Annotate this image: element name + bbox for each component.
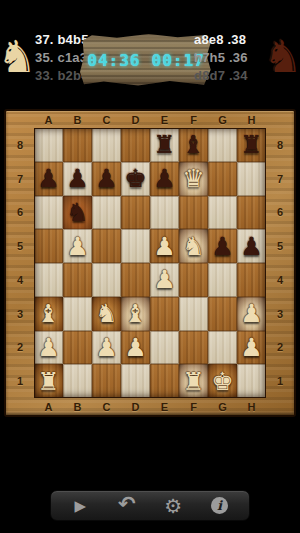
square-h4[interactable] — [237, 263, 266, 297]
rank-label-6: 6 — [266, 196, 294, 230]
piece-white-knight: ♞ — [182, 234, 204, 259]
chess-board: ABCDEFGH8♜♝♜87♟♟♟♚♟♛76♞65♟♟♞♟♟54♟43♝♞♝♟3… — [4, 109, 296, 417]
square-f1[interactable]: ♜ — [179, 364, 208, 398]
square-e5[interactable]: ♟ — [150, 229, 179, 263]
rank-label-6: 6 — [6, 196, 34, 230]
rank-label-1: 1 — [6, 364, 34, 398]
rank-label-4: 4 — [6, 263, 34, 297]
square-b2[interactable] — [63, 331, 92, 365]
piece-black-pawn: ♟ — [66, 166, 88, 191]
rank-label-5: 5 — [6, 229, 34, 263]
square-c6[interactable] — [92, 196, 121, 230]
file-label-c: C — [92, 398, 121, 415]
square-c3[interactable]: ♞ — [92, 297, 121, 331]
file-label-c: C — [92, 111, 121, 128]
square-e7[interactable]: ♟ — [150, 162, 179, 196]
square-f2[interactable] — [179, 331, 208, 365]
piece-white-pawn: ♟ — [153, 234, 175, 259]
square-a5[interactable] — [34, 229, 63, 263]
square-g3[interactable] — [208, 297, 237, 331]
square-b5[interactable]: ♟ — [63, 229, 92, 263]
square-d2[interactable]: ♟ — [121, 331, 150, 365]
piece-white-rook: ♜ — [37, 369, 59, 394]
play-icon: ▶ — [75, 497, 87, 515]
square-b1[interactable] — [63, 364, 92, 398]
rank-label-7: 7 — [266, 162, 294, 196]
square-b7[interactable]: ♟ — [63, 162, 92, 196]
white-knight-icon: ♞ — [0, 28, 34, 86]
play-button[interactable]: ▶ — [63, 491, 97, 520]
black-move-prev2: d8d7 .34 — [194, 67, 272, 85]
square-a1[interactable]: ♜ — [34, 364, 63, 398]
undo-button[interactable]: ↶ — [110, 490, 144, 519]
square-a6[interactable] — [34, 196, 63, 230]
square-a3[interactable]: ♝ — [34, 297, 63, 331]
square-h2[interactable]: ♟ — [237, 331, 266, 365]
rank-label-5: 5 — [266, 229, 294, 263]
square-e4[interactable]: ♟ — [150, 263, 179, 297]
rank-label-8: 8 — [6, 128, 34, 162]
piece-black-rook: ♜ — [240, 132, 262, 157]
square-a4[interactable] — [34, 263, 63, 297]
square-e1[interactable] — [150, 364, 179, 398]
piece-black-pawn: ♟ — [240, 234, 262, 259]
file-label-a: A — [34, 398, 63, 415]
square-f6[interactable] — [179, 196, 208, 230]
info-icon: i — [211, 497, 228, 514]
square-b6[interactable]: ♞ — [63, 196, 92, 230]
file-label-h: H — [237, 111, 266, 128]
square-c4[interactable] — [92, 263, 121, 297]
square-f3[interactable] — [179, 297, 208, 331]
piece-black-king: ♚ — [124, 166, 146, 191]
file-label-e: E — [150, 111, 179, 128]
gear-icon: ⚙ — [164, 494, 182, 518]
rank-label-2: 2 — [266, 331, 294, 365]
square-f7[interactable]: ♛ — [179, 162, 208, 196]
square-g1[interactable]: ♚ — [208, 364, 237, 398]
square-c5[interactable] — [92, 229, 121, 263]
piece-white-pawn: ♟ — [95, 335, 117, 360]
piece-black-knight: ♞ — [66, 200, 88, 225]
file-label-f: F — [179, 111, 208, 128]
file-label-b: B — [63, 398, 92, 415]
piece-white-pawn: ♟ — [240, 301, 262, 326]
square-a2[interactable]: ♟ — [34, 331, 63, 365]
file-label-a: A — [34, 111, 63, 128]
square-d7[interactable]: ♚ — [121, 162, 150, 196]
square-e6[interactable] — [150, 196, 179, 230]
square-e8[interactable]: ♜ — [150, 128, 179, 162]
square-g7[interactable] — [208, 162, 237, 196]
square-d3[interactable]: ♝ — [121, 297, 150, 331]
piece-white-king: ♚ — [211, 369, 233, 394]
square-d6[interactable] — [121, 196, 150, 230]
piece-black-pawn: ♟ — [211, 234, 233, 259]
frame-corner — [266, 398, 294, 415]
rank-label-7: 7 — [6, 162, 34, 196]
frame-corner — [266, 111, 294, 128]
piece-white-pawn: ♟ — [153, 267, 175, 292]
square-h1[interactable] — [237, 364, 266, 398]
piece-white-bishop: ♝ — [124, 301, 146, 326]
square-g2[interactable] — [208, 331, 237, 365]
square-c2[interactable]: ♟ — [92, 331, 121, 365]
square-a8[interactable] — [34, 128, 63, 162]
square-h7[interactable] — [237, 162, 266, 196]
black-move-latest: a8e8 .38 — [194, 31, 272, 49]
square-f8[interactable]: ♝ — [179, 128, 208, 162]
square-a7[interactable]: ♟ — [34, 162, 63, 196]
square-d8[interactable] — [121, 128, 150, 162]
bottom-toolbar: ▶ ↶ ⚙ i — [50, 490, 250, 521]
square-h3[interactable]: ♟ — [237, 297, 266, 331]
square-d1[interactable] — [121, 364, 150, 398]
file-label-g: G — [208, 111, 237, 128]
piece-white-rook: ♜ — [182, 369, 204, 394]
square-h5[interactable]: ♟ — [237, 229, 266, 263]
rank-label-2: 2 — [6, 331, 34, 365]
square-f5[interactable]: ♞ — [179, 229, 208, 263]
square-c8[interactable] — [92, 128, 121, 162]
frame-corner — [6, 111, 34, 128]
rank-label-3: 3 — [266, 297, 294, 331]
file-label-f: F — [179, 398, 208, 415]
square-f4[interactable] — [179, 263, 208, 297]
file-label-e: E — [150, 398, 179, 415]
undo-icon: ↶ — [118, 492, 136, 516]
square-h6[interactable] — [237, 196, 266, 230]
square-b8[interactable] — [63, 128, 92, 162]
square-g4[interactable] — [208, 263, 237, 297]
square-e3[interactable] — [150, 297, 179, 331]
piece-white-pawn: ♟ — [124, 335, 146, 360]
piece-black-pawn: ♟ — [95, 166, 117, 191]
black-move-list: a8e8 .38 h7h5 .36 d8d7 .34 — [194, 31, 272, 85]
settings-button[interactable]: ⚙ — [156, 491, 190, 520]
piece-white-bishop: ♝ — [37, 301, 59, 326]
black-move-prev1: h7h5 .36 — [194, 49, 272, 67]
square-c1[interactable] — [92, 364, 121, 398]
square-h8[interactable]: ♜ — [237, 128, 266, 162]
piece-black-rook: ♜ — [153, 132, 175, 157]
file-label-d: D — [121, 398, 150, 415]
square-b3[interactable] — [63, 297, 92, 331]
square-b4[interactable] — [63, 263, 92, 297]
piece-white-pawn: ♟ — [66, 234, 88, 259]
file-label-h: H — [237, 398, 266, 415]
chess-clock: 04:36 00:17 — [80, 33, 212, 87]
square-g5[interactable]: ♟ — [208, 229, 237, 263]
square-d5[interactable] — [121, 229, 150, 263]
file-label-b: B — [63, 111, 92, 128]
square-d4[interactable] — [121, 263, 150, 297]
rank-label-3: 3 — [6, 297, 34, 331]
square-e2[interactable] — [150, 331, 179, 365]
square-g8[interactable] — [208, 128, 237, 162]
piece-black-pawn: ♟ — [37, 166, 59, 191]
rank-label-1: 1 — [266, 364, 294, 398]
info-button[interactable]: i — [203, 491, 237, 520]
clock-left-time: 04:36 — [87, 51, 140, 70]
square-g6[interactable] — [208, 196, 237, 230]
piece-white-pawn: ♟ — [240, 335, 262, 360]
rank-label-8: 8 — [266, 128, 294, 162]
frame-corner — [6, 398, 34, 415]
file-label-g: G — [208, 398, 237, 415]
piece-black-bishop: ♝ — [182, 132, 204, 157]
file-label-d: D — [121, 111, 150, 128]
app-screen: ♞ 37. b4b5 35. c1a3 33. b2b4 04:36 00:17… — [0, 0, 300, 533]
black-knight-icon: ♞ — [266, 28, 300, 86]
piece-white-queen: ♛ — [182, 166, 204, 191]
piece-white-knight: ♞ — [95, 301, 117, 326]
board-grid: ABCDEFGH8♜♝♜87♟♟♟♚♟♛76♞65♟♟♞♟♟54♟43♝♞♝♟3… — [6, 111, 294, 415]
piece-black-pawn: ♟ — [153, 166, 175, 191]
piece-white-pawn: ♟ — [37, 335, 59, 360]
square-c7[interactable]: ♟ — [92, 162, 121, 196]
rank-label-4: 4 — [266, 263, 294, 297]
